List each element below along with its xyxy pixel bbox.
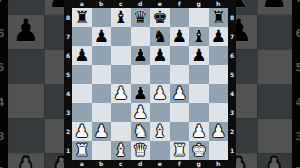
black-pawn-icon: ♟ (211, 27, 226, 46)
rank-label-6: 6 (0, 15, 8, 50)
white-rook-icon: ♜ (74, 141, 89, 160)
square-a8[interactable]: ♜ (72, 8, 92, 27)
black-queen-icon: ♛ (133, 8, 148, 27)
square-b1[interactable] (92, 141, 112, 160)
rank-label-8: 8 (64, 8, 72, 27)
square-c1[interactable]: ♝ (111, 141, 131, 160)
black-pawn-icon: ♟ (191, 46, 206, 65)
rank-label-2: 2 (0, 153, 8, 168)
square-d1[interactable]: ♛ (131, 141, 151, 160)
rank-label-1: 1 (64, 141, 72, 160)
rank-label-4: 4 (64, 84, 72, 103)
square-g7[interactable]: ♝ (189, 27, 209, 46)
square-f7[interactable]: ♟ (170, 27, 190, 46)
rank-label-5: 5 (64, 65, 72, 84)
black-rook-icon: ♜ (211, 8, 226, 27)
square-f6[interactable] (170, 46, 190, 65)
square-h4[interactable] (209, 84, 229, 103)
square-g3[interactable] (189, 103, 209, 122)
square-c8[interactable]: ♝ (111, 8, 131, 27)
rank-label-8: 8 (228, 8, 236, 27)
board-corner (64, 160, 72, 168)
square-d8[interactable]: ♛ (131, 8, 151, 27)
rank-label-2: 2 (228, 122, 236, 141)
square-f2[interactable] (170, 122, 190, 141)
white-pawn-icon: ♟ (152, 84, 167, 103)
rank-label-7: 7 (292, 0, 300, 15)
white-bishop-icon: ♝ (113, 141, 128, 160)
rank-label-3: 3 (0, 119, 8, 154)
square-e5[interactable] (150, 65, 170, 84)
white-pawn-icon: ♟ (12, 152, 40, 168)
black-pawn-icon: ♟ (133, 46, 148, 65)
square-a5 (8, 49, 43, 84)
black-pawn-icon: ♟ (12, 14, 40, 49)
board-frame: abcdefgh8♜♝♛♚♜87♟♞♟♝♟76♟♟♟♟6554♟♟♟♟43♟32… (64, 0, 236, 168)
board-corner (64, 0, 72, 8)
file-label-f: f (170, 160, 190, 168)
square-a7[interactable] (72, 27, 92, 46)
square-b4[interactable] (92, 84, 112, 103)
square-g5[interactable] (189, 65, 209, 84)
square-h5[interactable] (209, 65, 229, 84)
rank-label-7: 7 (0, 0, 8, 15)
white-rook-icon: ♜ (172, 141, 187, 160)
white-pawn-icon: ♟ (211, 122, 226, 141)
white-pawn-icon: ♟ (74, 122, 89, 141)
square-e1[interactable] (150, 141, 170, 160)
square-d6[interactable]: ♟ (131, 46, 151, 65)
square-f1[interactable]: ♜ (170, 141, 190, 160)
square-h3 (256, 119, 291, 154)
file-label-c: c (111, 160, 131, 168)
black-pawn-icon: ♟ (260, 0, 288, 14)
white-pawn-icon: ♟ (133, 103, 148, 122)
square-c3[interactable] (111, 103, 131, 122)
white-pawn-icon: ♟ (172, 84, 187, 103)
white-pawn-icon: ♟ (94, 122, 109, 141)
square-c7[interactable] (111, 27, 131, 46)
rank-label-3: 3 (64, 103, 72, 122)
rank-label-7: 7 (64, 27, 72, 46)
rank-label-5: 5 (292, 49, 300, 84)
square-a5[interactable] (72, 65, 92, 84)
square-h6[interactable] (209, 46, 229, 65)
square-e8[interactable]: ♚ (150, 8, 170, 27)
black-pawn-icon: ♟ (172, 27, 187, 46)
file-label-a: a (72, 160, 92, 168)
square-c5[interactable] (111, 65, 131, 84)
black-knight-icon: ♞ (152, 27, 167, 46)
square-a4[interactable] (72, 84, 92, 103)
black-pawn-icon: ♟ (152, 46, 167, 65)
white-pawn-icon: ♟ (191, 122, 206, 141)
file-label-b: b (92, 160, 112, 168)
black-pawn-icon: ♟ (94, 27, 109, 46)
board-corner (228, 0, 236, 8)
white-pawn-icon: ♟ (113, 84, 128, 103)
rank-label-4: 4 (228, 84, 236, 103)
square-f4[interactable]: ♟ (170, 84, 190, 103)
square-h4 (256, 84, 291, 119)
black-king-icon: ♚ (152, 8, 167, 27)
board-corner (228, 160, 236, 168)
rank-label-2: 2 (64, 122, 72, 141)
square-h2[interactable]: ♟ (209, 122, 229, 141)
square-h3[interactable] (209, 103, 229, 122)
square-b7[interactable]: ♟ (92, 27, 112, 46)
square-a2[interactable]: ♟ (72, 122, 92, 141)
file-label-h: h (209, 160, 229, 168)
square-a3[interactable] (72, 103, 92, 122)
square-f3[interactable] (170, 103, 190, 122)
black-pawn-icon: ♟ (133, 84, 148, 103)
square-c6[interactable] (111, 46, 131, 65)
square-f5[interactable] (170, 65, 190, 84)
black-bishop-icon: ♝ (191, 27, 206, 46)
rank-label-3: 3 (292, 119, 300, 154)
black-pawn-icon: ♟ (74, 46, 89, 65)
square-d3[interactable]: ♟ (131, 103, 151, 122)
file-label-d: d (131, 160, 151, 168)
square-a3 (8, 119, 43, 154)
rank-label-2: 2 (292, 153, 300, 168)
square-e3[interactable] (150, 103, 170, 122)
square-h1[interactable] (209, 141, 229, 160)
square-h7[interactable]: ♟ (209, 27, 229, 46)
square-d7[interactable] (131, 27, 151, 46)
black-rook-icon: ♜ (74, 8, 89, 27)
square-e2[interactable]: ♝ (150, 122, 170, 141)
rank-label-3: 3 (228, 103, 236, 122)
square-h2: ♟ (256, 153, 291, 168)
square-g4[interactable] (189, 84, 209, 103)
square-e4[interactable]: ♟ (150, 84, 170, 103)
rank-label-6: 6 (228, 46, 236, 65)
square-a6: ♟ (8, 15, 43, 50)
square-c4[interactable]: ♟ (111, 84, 131, 103)
white-bishop-icon: ♝ (152, 122, 167, 141)
square-c2[interactable] (111, 122, 131, 141)
file-label-g: g (189, 160, 209, 168)
file-label-g: g (189, 0, 209, 8)
rank-label-6: 6 (64, 46, 72, 65)
rank-label-4: 4 (292, 84, 300, 119)
rank-label-4: 4 (0, 84, 8, 119)
square-f8[interactable] (170, 8, 190, 27)
square-g8[interactable] (189, 8, 209, 27)
square-d5[interactable] (131, 65, 151, 84)
file-label-b: b (92, 0, 112, 8)
square-h8[interactable]: ♜ (209, 8, 229, 27)
rank-label-6: 6 (292, 15, 300, 50)
rank-label-5: 5 (0, 49, 8, 84)
black-bishop-icon: ♝ (113, 8, 128, 27)
file-label-f: f (170, 0, 190, 8)
white-knight-icon: ♞ (133, 122, 148, 141)
white-pawn-icon: ♟ (260, 152, 288, 168)
square-d2[interactable]: ♞ (131, 122, 151, 141)
file-label-e: e (150, 160, 170, 168)
square-h6 (256, 15, 291, 50)
white-king-icon: ♚ (191, 141, 206, 160)
square-a6[interactable]: ♟ (72, 46, 92, 65)
square-b3[interactable] (92, 103, 112, 122)
square-h5 (256, 49, 291, 84)
square-e6[interactable]: ♟ (150, 46, 170, 65)
square-b2[interactable]: ♟ (92, 122, 112, 141)
square-b8[interactable] (92, 8, 112, 27)
square-e7[interactable]: ♞ (150, 27, 170, 46)
square-d4[interactable]: ♟ (131, 84, 151, 103)
square-g1[interactable]: ♚ (189, 141, 209, 160)
square-a2: ♟ (8, 153, 43, 168)
square-g2[interactable]: ♟ (189, 122, 209, 141)
square-b6[interactable] (92, 46, 112, 65)
square-h7: ♟ (256, 0, 291, 15)
rank-label-5: 5 (228, 65, 236, 84)
rank-label-7: 7 (228, 27, 236, 46)
square-a1[interactable]: ♜ (72, 141, 92, 160)
square-a4 (8, 84, 43, 119)
chess-screenshot: abcdefgh8♜♝♛♚♜87♟♞♟♝♟76♟♟♟♟6554♟♟♟♟43♟32… (0, 0, 300, 168)
square-g6[interactable]: ♟ (189, 46, 209, 65)
white-queen-icon: ♛ (133, 141, 148, 160)
rank-label-1: 1 (228, 141, 236, 160)
square-b5[interactable] (92, 65, 112, 84)
main-board: abcdefgh8♜♝♛♚♜87♟♞♟♝♟76♟♟♟♟6554♟♟♟♟43♟32… (64, 0, 236, 168)
